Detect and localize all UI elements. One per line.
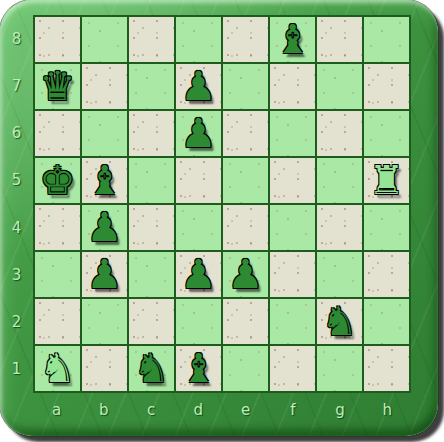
- black-pawn-icon[interactable]: ♟: [87, 254, 123, 294]
- rank-label-8: 8: [0, 15, 33, 62]
- square-b2[interactable]: [82, 299, 127, 344]
- square-f5[interactable]: [270, 158, 315, 203]
- file-label-a: a: [33, 396, 80, 424]
- white-knight-icon[interactable]: ♞: [40, 348, 76, 388]
- square-b3[interactable]: ♟: [82, 252, 127, 297]
- square-b4[interactable]: ♟: [82, 205, 127, 250]
- square-g7[interactable]: [317, 64, 362, 109]
- black-knight-icon[interactable]: ♞: [322, 301, 358, 341]
- square-c8[interactable]: [129, 17, 174, 62]
- square-g3[interactable]: [317, 252, 362, 297]
- square-b5[interactable]: ♝: [82, 158, 127, 203]
- square-c5[interactable]: [129, 158, 174, 203]
- square-b6[interactable]: [82, 111, 127, 156]
- rank-label-6: 6: [0, 110, 33, 157]
- square-h7[interactable]: [364, 64, 409, 109]
- square-h5[interactable]: ♜: [364, 158, 409, 203]
- square-e8[interactable]: [223, 17, 268, 62]
- square-e6[interactable]: [223, 111, 268, 156]
- square-d6[interactable]: ♟: [176, 111, 221, 156]
- square-g1[interactable]: [317, 346, 362, 391]
- square-e5[interactable]: [223, 158, 268, 203]
- square-d1[interactable]: ♝: [176, 346, 221, 391]
- square-b1[interactable]: [82, 346, 127, 391]
- square-a1[interactable]: ♞: [35, 346, 80, 391]
- square-d3[interactable]: ♟: [176, 252, 221, 297]
- rank-label-2: 2: [0, 299, 33, 346]
- square-f8[interactable]: ♝: [270, 17, 315, 62]
- rank-label-1: 1: [0, 346, 33, 393]
- square-d5[interactable]: [176, 158, 221, 203]
- square-c6[interactable]: [129, 111, 174, 156]
- square-g2[interactable]: ♞: [317, 299, 362, 344]
- square-a3[interactable]: [35, 252, 80, 297]
- square-h4[interactable]: [364, 205, 409, 250]
- square-c2[interactable]: [129, 299, 174, 344]
- black-king-icon[interactable]: ♚: [40, 160, 76, 200]
- file-label-b: b: [80, 396, 127, 424]
- square-c1[interactable]: ♞: [129, 346, 174, 391]
- rank-label-5: 5: [0, 157, 33, 204]
- square-h2[interactable]: [364, 299, 409, 344]
- black-knight-icon[interactable]: ♞: [134, 348, 170, 388]
- square-f7[interactable]: [270, 64, 315, 109]
- file-label-g: g: [317, 396, 364, 424]
- square-d2[interactable]: [176, 299, 221, 344]
- square-e1[interactable]: [223, 346, 268, 391]
- board-grid: ♝♛♟♟♚♝♜♟♟♟♟♞♞♞♝: [33, 15, 411, 393]
- square-f4[interactable]: [270, 205, 315, 250]
- square-d4[interactable]: [176, 205, 221, 250]
- file-label-c: c: [128, 396, 175, 424]
- square-c7[interactable]: [129, 64, 174, 109]
- square-h6[interactable]: [364, 111, 409, 156]
- square-h1[interactable]: [364, 346, 409, 391]
- square-g5[interactable]: [317, 158, 362, 203]
- black-queen-icon[interactable]: ♛: [40, 66, 76, 106]
- square-c3[interactable]: [129, 252, 174, 297]
- black-pawn-icon[interactable]: ♟: [181, 66, 217, 106]
- square-g6[interactable]: [317, 111, 362, 156]
- square-g4[interactable]: [317, 205, 362, 250]
- file-labels: abcdefgh: [33, 396, 411, 424]
- file-label-f: f: [269, 396, 316, 424]
- chess-app-window: ♝♛♟♟♚♝♜♟♟♟♟♞♞♞♝ 87654321 abcdefgh: [0, 0, 444, 442]
- rank-label-4: 4: [0, 204, 33, 251]
- square-a5[interactable]: ♚: [35, 158, 80, 203]
- square-d7[interactable]: ♟: [176, 64, 221, 109]
- white-rook-icon[interactable]: ♜: [369, 160, 405, 200]
- square-g8[interactable]: [317, 17, 362, 62]
- square-f3[interactable]: [270, 252, 315, 297]
- black-pawn-icon[interactable]: ♟: [228, 254, 264, 294]
- square-a4[interactable]: [35, 205, 80, 250]
- square-e2[interactable]: [223, 299, 268, 344]
- file-label-e: e: [222, 396, 269, 424]
- square-f6[interactable]: [270, 111, 315, 156]
- square-a8[interactable]: [35, 17, 80, 62]
- file-label-d: d: [175, 396, 222, 424]
- square-a6[interactable]: [35, 111, 80, 156]
- square-b7[interactable]: [82, 64, 127, 109]
- rank-label-3: 3: [0, 251, 33, 298]
- square-h3[interactable]: [364, 252, 409, 297]
- black-pawn-icon[interactable]: ♟: [181, 254, 217, 294]
- black-bishop-icon[interactable]: ♝: [275, 19, 311, 59]
- square-e4[interactable]: [223, 205, 268, 250]
- square-h8[interactable]: [364, 17, 409, 62]
- square-c4[interactable]: [129, 205, 174, 250]
- black-bishop-icon[interactable]: ♝: [87, 160, 123, 200]
- square-f1[interactable]: [270, 346, 315, 391]
- black-bishop-icon[interactable]: ♝: [181, 348, 217, 388]
- file-label-h: h: [364, 396, 411, 424]
- square-f2[interactable]: [270, 299, 315, 344]
- square-a7[interactable]: ♛: [35, 64, 80, 109]
- square-e3[interactable]: ♟: [223, 252, 268, 297]
- black-pawn-icon[interactable]: ♟: [87, 207, 123, 247]
- rank-label-7: 7: [0, 62, 33, 109]
- square-e7[interactable]: [223, 64, 268, 109]
- square-b8[interactable]: [82, 17, 127, 62]
- black-pawn-icon[interactable]: ♟: [181, 113, 217, 153]
- rank-labels: 87654321: [0, 15, 33, 393]
- square-a2[interactable]: [35, 299, 80, 344]
- square-d8[interactable]: [176, 17, 221, 62]
